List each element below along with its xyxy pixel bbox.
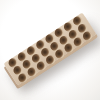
pit-grid [4,12,97,85]
mancala-board [4,12,97,85]
photo-background [0,0,100,100]
